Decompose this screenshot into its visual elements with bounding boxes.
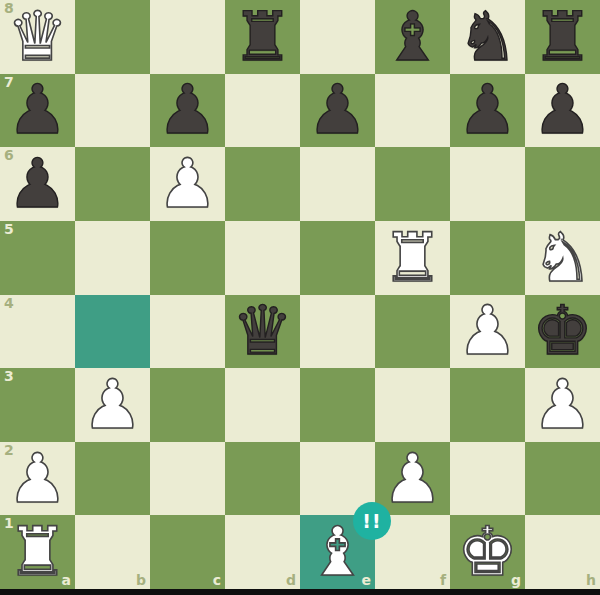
- square-a8[interactable]: 8♛: [0, 0, 75, 74]
- square-c3[interactable]: [150, 368, 225, 442]
- square-g6[interactable]: [450, 147, 525, 221]
- square-h5[interactable]: ♞: [525, 221, 600, 295]
- file-label-b: b: [136, 573, 146, 588]
- bottom-bar: [0, 589, 600, 595]
- square-c2[interactable]: [150, 442, 225, 516]
- square-f5[interactable]: ♜: [375, 221, 450, 295]
- chess-board: 8♛♜♝♞♜7♟♟♟♟♟6♟♟5♜♞4♛♟♚3♟♟2♟♟1a♜bcde♝fg♚h: [0, 0, 600, 589]
- white-pawn-f2[interactable]: ♟: [375, 442, 450, 516]
- square-f2[interactable]: ♟: [375, 442, 450, 516]
- square-c4[interactable]: [150, 295, 225, 369]
- square-g4[interactable]: ♟: [450, 295, 525, 369]
- square-g1[interactable]: g♚: [450, 515, 525, 589]
- white-king-g1[interactable]: ♚: [450, 515, 525, 589]
- square-d4[interactable]: ♛: [225, 295, 300, 369]
- square-g7[interactable]: ♟: [450, 74, 525, 148]
- rank-label-4: 4: [4, 296, 14, 311]
- square-a6[interactable]: 6♟: [0, 147, 75, 221]
- file-label-f: f: [440, 573, 446, 588]
- white-pawn-b3[interactable]: ♟: [75, 368, 150, 442]
- square-f3[interactable]: [375, 368, 450, 442]
- square-b6[interactable]: [75, 147, 150, 221]
- square-d6[interactable]: [225, 147, 300, 221]
- square-a1[interactable]: 1a♜: [0, 515, 75, 589]
- square-h6[interactable]: [525, 147, 600, 221]
- file-label-h: h: [586, 573, 596, 588]
- square-e3[interactable]: [300, 368, 375, 442]
- square-e7[interactable]: ♟: [300, 74, 375, 148]
- square-g5[interactable]: [450, 221, 525, 295]
- rank-label-3: 3: [4, 369, 14, 384]
- white-pawn-g4[interactable]: ♟: [450, 295, 525, 369]
- square-f8[interactable]: ♝: [375, 0, 450, 74]
- square-b7[interactable]: [75, 74, 150, 148]
- white-pawn-h3[interactable]: ♟: [525, 368, 600, 442]
- square-h1[interactable]: h: [525, 515, 600, 589]
- chess-app-screen: 8♛♜♝♞♜7♟♟♟♟♟6♟♟5♜♞4♛♟♚3♟♟2♟♟1a♜bcde♝fg♚h…: [0, 0, 600, 595]
- white-rook-a1[interactable]: ♜: [0, 515, 75, 589]
- square-b3[interactable]: ♟: [75, 368, 150, 442]
- square-c8[interactable]: [150, 0, 225, 74]
- square-h3[interactable]: ♟: [525, 368, 600, 442]
- square-c1[interactable]: c: [150, 515, 225, 589]
- black-bishop-f8[interactable]: ♝: [375, 0, 450, 74]
- square-d1[interactable]: d: [225, 515, 300, 589]
- square-g2[interactable]: [450, 442, 525, 516]
- square-a7[interactable]: 7♟: [0, 74, 75, 148]
- square-b4[interactable]: [75, 295, 150, 369]
- black-knight-g8[interactable]: ♞: [450, 0, 525, 74]
- square-c7[interactable]: ♟: [150, 74, 225, 148]
- black-pawn-c7[interactable]: ♟: [150, 74, 225, 148]
- black-king-h4[interactable]: ♚: [525, 295, 600, 369]
- square-e6[interactable]: [300, 147, 375, 221]
- square-h7[interactable]: ♟: [525, 74, 600, 148]
- white-queen-a8[interactable]: ♛: [0, 0, 75, 74]
- black-pawn-e7[interactable]: ♟: [300, 74, 375, 148]
- white-knight-h5[interactable]: ♞: [525, 221, 600, 295]
- square-f7[interactable]: [375, 74, 450, 148]
- black-pawn-a7[interactable]: ♟: [0, 74, 75, 148]
- black-pawn-a6[interactable]: ♟: [0, 147, 75, 221]
- white-pawn-a2[interactable]: ♟: [0, 442, 75, 516]
- square-e5[interactable]: [300, 221, 375, 295]
- square-b5[interactable]: [75, 221, 150, 295]
- square-a3[interactable]: 3: [0, 368, 75, 442]
- square-f6[interactable]: [375, 147, 450, 221]
- rank-label-5: 5: [4, 222, 14, 237]
- square-d5[interactable]: [225, 221, 300, 295]
- black-rook-d8[interactable]: ♜: [225, 0, 300, 74]
- square-b8[interactable]: [75, 0, 150, 74]
- square-d2[interactable]: [225, 442, 300, 516]
- square-e4[interactable]: [300, 295, 375, 369]
- black-pawn-h7[interactable]: ♟: [525, 74, 600, 148]
- square-a4[interactable]: 4: [0, 295, 75, 369]
- file-label-d: d: [286, 573, 296, 588]
- square-e8[interactable]: [300, 0, 375, 74]
- square-b2[interactable]: [75, 442, 150, 516]
- square-d7[interactable]: [225, 74, 300, 148]
- square-h8[interactable]: ♜: [525, 0, 600, 74]
- white-rook-f5[interactable]: ♜: [375, 221, 450, 295]
- black-queen-d4[interactable]: ♛: [225, 295, 300, 369]
- square-g8[interactable]: ♞: [450, 0, 525, 74]
- square-h4[interactable]: ♚: [525, 295, 600, 369]
- square-c6[interactable]: ♟: [150, 147, 225, 221]
- black-rook-h8[interactable]: ♜: [525, 0, 600, 74]
- square-a2[interactable]: 2♟: [0, 442, 75, 516]
- square-d8[interactable]: ♜: [225, 0, 300, 74]
- square-g3[interactable]: [450, 368, 525, 442]
- square-b1[interactable]: b: [75, 515, 150, 589]
- square-f4[interactable]: [375, 295, 450, 369]
- black-pawn-g7[interactable]: ♟: [450, 74, 525, 148]
- square-h2[interactable]: [525, 442, 600, 516]
- white-pawn-c6[interactable]: ♟: [150, 147, 225, 221]
- square-d3[interactable]: [225, 368, 300, 442]
- square-c5[interactable]: [150, 221, 225, 295]
- file-label-c: c: [213, 573, 221, 588]
- square-a5[interactable]: 5: [0, 221, 75, 295]
